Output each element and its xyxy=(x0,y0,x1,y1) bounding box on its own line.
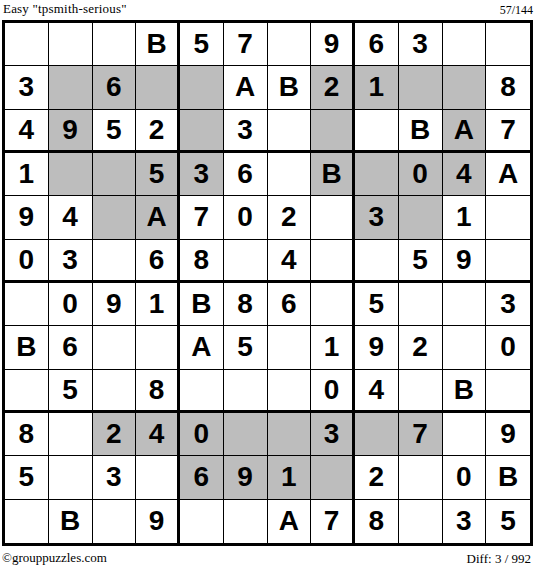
cell-r12c10[interactable] xyxy=(399,500,443,543)
cell-r6c10: 5 xyxy=(399,240,443,283)
cell-r9c7[interactable] xyxy=(268,370,312,413)
cell-r4c2[interactable] xyxy=(49,153,93,196)
cell-r5c7: 2 xyxy=(268,196,312,239)
cell-r1c4: B xyxy=(136,23,180,66)
cell-r11c12: B xyxy=(486,456,530,499)
cell-r5c3[interactable] xyxy=(93,196,137,239)
puzzle-title: Easy "tpsmith-serious" xyxy=(3,1,127,17)
cell-r10c9[interactable] xyxy=(355,413,399,456)
cell-r12c11: 3 xyxy=(443,500,487,543)
cell-r12c2: B xyxy=(49,500,93,543)
cell-r4c10: 0 xyxy=(399,153,443,196)
cell-r2c8: 2 xyxy=(311,66,355,109)
cell-r6c4: 6 xyxy=(136,240,180,283)
cell-r9c8: 0 xyxy=(311,370,355,413)
cell-r2c10[interactable] xyxy=(399,66,443,109)
cell-r9c5[interactable] xyxy=(180,370,224,413)
cell-r7c6: 8 xyxy=(224,283,268,326)
cell-r6c6[interactable] xyxy=(224,240,268,283)
cell-r8c10: 2 xyxy=(399,326,443,369)
cell-r12c7: A xyxy=(268,500,312,543)
cell-r6c2: 3 xyxy=(49,240,93,283)
cell-r12c8: 7 xyxy=(311,500,355,543)
cell-r1c11[interactable] xyxy=(443,23,487,66)
cell-r3c10: B xyxy=(399,110,443,153)
cell-r8c12: 0 xyxy=(486,326,530,369)
cell-r2c7: B xyxy=(268,66,312,109)
cell-r11c1: 5 xyxy=(5,456,49,499)
cell-r8c9: 9 xyxy=(355,326,399,369)
cell-r9c1[interactable] xyxy=(5,370,49,413)
cell-r3c7[interactable] xyxy=(268,110,312,153)
cell-r1c10: 3 xyxy=(399,23,443,66)
cell-r12c12: 5 xyxy=(486,500,530,543)
cell-r3c3: 5 xyxy=(93,110,137,153)
cell-r7c12: 3 xyxy=(486,283,530,326)
cell-r12c6[interactable] xyxy=(224,500,268,543)
difficulty-text: Diff: 3 / 992 xyxy=(467,551,531,567)
cell-r5c4: A xyxy=(136,196,180,239)
cell-r5c11: 1 xyxy=(443,196,487,239)
cell-r2c1: 3 xyxy=(5,66,49,109)
cell-r1c8: 9 xyxy=(311,23,355,66)
cell-r10c12: 9 xyxy=(486,413,530,456)
cell-r7c5: B xyxy=(180,283,224,326)
cell-r1c5: 5 xyxy=(180,23,224,66)
cell-r3c12: 7 xyxy=(486,110,530,153)
cell-r7c3: 9 xyxy=(93,283,137,326)
cell-r7c7: 6 xyxy=(268,283,312,326)
cell-r2c6: A xyxy=(224,66,268,109)
cell-r4c5: 3 xyxy=(180,153,224,196)
cell-r3c4: 2 xyxy=(136,110,180,153)
cell-r2c12: 8 xyxy=(486,66,530,109)
cell-r4c8: B xyxy=(311,153,355,196)
cell-r7c9: 5 xyxy=(355,283,399,326)
cell-r5c1: 9 xyxy=(5,196,49,239)
copyright-text: ©grouppuzzles.com xyxy=(2,550,107,566)
cell-r4c3[interactable] xyxy=(93,153,137,196)
cell-r11c5: 6 xyxy=(180,456,224,499)
cell-r6c1: 0 xyxy=(5,240,49,283)
cell-r5c9: 3 xyxy=(355,196,399,239)
cell-r5c10[interactable] xyxy=(399,196,443,239)
cell-r1c7[interactable] xyxy=(268,23,312,66)
cell-r7c10[interactable] xyxy=(399,283,443,326)
cell-r7c4: 1 xyxy=(136,283,180,326)
cell-r8c11[interactable] xyxy=(443,326,487,369)
cell-r11c8[interactable] xyxy=(311,456,355,499)
cell-r11c6: 9 xyxy=(224,456,268,499)
cell-r12c4: 9 xyxy=(136,500,180,543)
cell-r8c8: 1 xyxy=(311,326,355,369)
cell-r7c8[interactable] xyxy=(311,283,355,326)
cell-r1c2[interactable] xyxy=(49,23,93,66)
cell-r10c4: 4 xyxy=(136,413,180,456)
cell-r5c5: 7 xyxy=(180,196,224,239)
cell-r11c4[interactable] xyxy=(136,456,180,499)
cell-r11c9: 2 xyxy=(355,456,399,499)
cell-r8c1: B xyxy=(5,326,49,369)
cell-r2c3: 6 xyxy=(93,66,137,109)
cell-r9c6[interactable] xyxy=(224,370,268,413)
cell-r10c8: 3 xyxy=(311,413,355,456)
cell-r4c7[interactable] xyxy=(268,153,312,196)
cell-r12c1[interactable] xyxy=(5,500,49,543)
cell-r1c3[interactable] xyxy=(93,23,137,66)
cell-r10c11[interactable] xyxy=(443,413,487,456)
cell-r4c6: 6 xyxy=(224,153,268,196)
cell-r9c11: B xyxy=(443,370,487,413)
cell-r10c6[interactable] xyxy=(224,413,268,456)
cell-r6c11: 9 xyxy=(443,240,487,283)
cell-r10c10: 7 xyxy=(399,413,443,456)
cell-r8c7[interactable] xyxy=(268,326,312,369)
cell-r8c4[interactable] xyxy=(136,326,180,369)
cell-r1c9: 6 xyxy=(355,23,399,66)
cell-r2c4[interactable] xyxy=(136,66,180,109)
cell-r4c4: 5 xyxy=(136,153,180,196)
cell-r7c1[interactable] xyxy=(5,283,49,326)
cell-r9c2: 5 xyxy=(49,370,93,413)
cell-r3c9[interactable] xyxy=(355,110,399,153)
cell-r10c1: 8 xyxy=(5,413,49,456)
cell-r11c3: 3 xyxy=(93,456,137,499)
cell-r10c7[interactable] xyxy=(268,413,312,456)
cell-r7c11[interactable] xyxy=(443,283,487,326)
cell-r6c12[interactable] xyxy=(486,240,530,283)
cell-r1c6: 7 xyxy=(224,23,268,66)
cell-r7c2: 0 xyxy=(49,283,93,326)
cell-r6c3[interactable] xyxy=(93,240,137,283)
cell-r2c2[interactable] xyxy=(49,66,93,109)
cell-r2c9: 1 xyxy=(355,66,399,109)
cell-r2c5[interactable] xyxy=(180,66,224,109)
cell-r3c2: 9 xyxy=(49,110,93,153)
cell-r10c2[interactable] xyxy=(49,413,93,456)
cell-r6c9[interactable] xyxy=(355,240,399,283)
cell-r11c7: 1 xyxy=(268,456,312,499)
cell-r4c1: 1 xyxy=(5,153,49,196)
cell-r12c9: 8 xyxy=(355,500,399,543)
cell-r8c2: 6 xyxy=(49,326,93,369)
cell-r1c12[interactable] xyxy=(486,23,530,66)
cell-r3c5[interactable] xyxy=(180,110,224,153)
cell-r2c11[interactable] xyxy=(443,66,487,109)
cell-r9c3[interactable] xyxy=(93,370,137,413)
cell-r6c7: 4 xyxy=(268,240,312,283)
cell-r5c8[interactable] xyxy=(311,196,355,239)
cell-r8c6: 5 xyxy=(224,326,268,369)
cell-r11c2[interactable] xyxy=(49,456,93,499)
cell-r4c11: 4 xyxy=(443,153,487,196)
cell-r9c9: 4 xyxy=(355,370,399,413)
cell-r11c10[interactable] xyxy=(399,456,443,499)
cell-r9c4: 8 xyxy=(136,370,180,413)
cell-r3c11: A xyxy=(443,110,487,153)
cell-r1c1[interactable] xyxy=(5,23,49,66)
cell-r9c12[interactable] xyxy=(486,370,530,413)
cell-r12c5[interactable] xyxy=(180,500,224,543)
sudoku-board: B5796336AB21849523BA71536B04A94A70231036… xyxy=(2,20,533,546)
cell-r12c3[interactable] xyxy=(93,500,137,543)
cell-r11c11: 0 xyxy=(443,456,487,499)
cell-r5c12[interactable] xyxy=(486,196,530,239)
cell-r6c8[interactable] xyxy=(311,240,355,283)
cell-r9c10[interactable] xyxy=(399,370,443,413)
cell-r8c5: A xyxy=(180,326,224,369)
cell-r4c12: A xyxy=(486,153,530,196)
cell-r4c9[interactable] xyxy=(355,153,399,196)
cell-r10c5: 0 xyxy=(180,413,224,456)
cell-r3c8[interactable] xyxy=(311,110,355,153)
cell-r8c3[interactable] xyxy=(93,326,137,369)
cell-r3c1: 4 xyxy=(5,110,49,153)
cell-r5c2: 4 xyxy=(49,196,93,239)
cell-r3c6: 3 xyxy=(224,110,268,153)
cell-r6c5: 8 xyxy=(180,240,224,283)
empty-cell-counter: 57/144 xyxy=(500,3,533,18)
cell-r10c3: 2 xyxy=(93,413,137,456)
cell-r5c6: 0 xyxy=(224,196,268,239)
